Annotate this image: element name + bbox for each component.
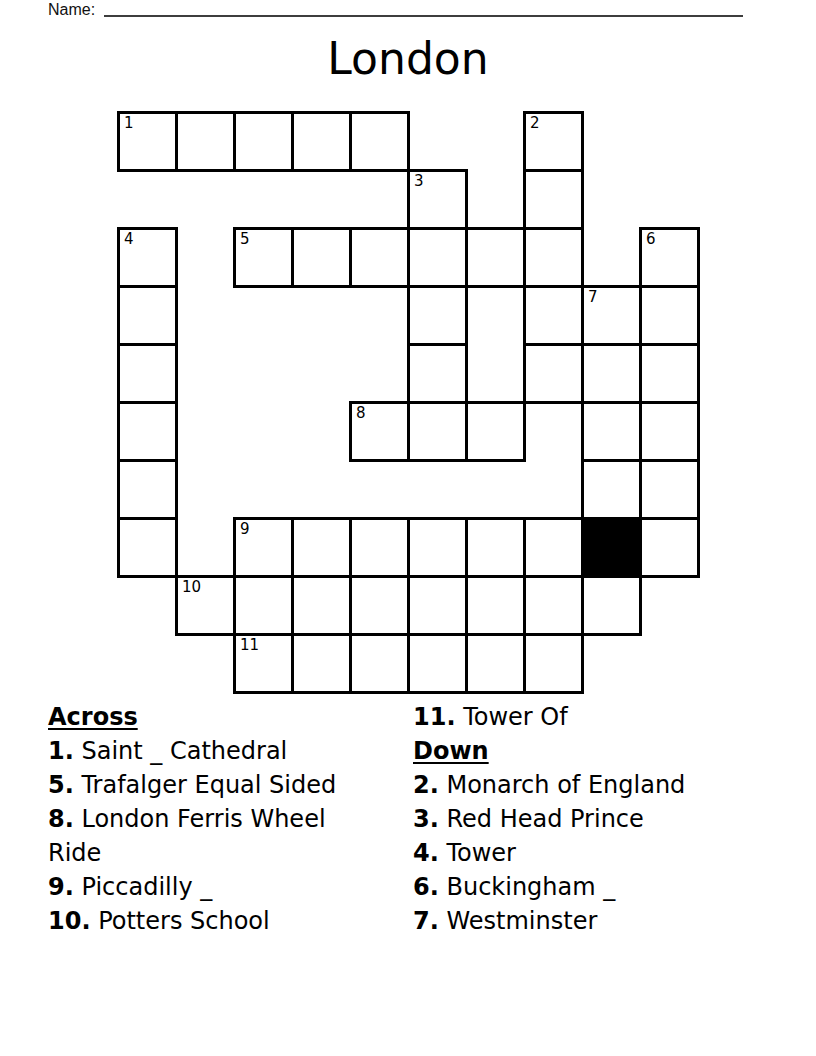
clue-text: Tower [439,839,516,867]
clue-number-label: 6. [413,873,439,901]
clue-number-label: 11. [413,703,456,731]
clue-number-label: 3. [413,805,439,833]
clue: 5. Trafalger Equal Sided [48,768,370,802]
answer-cell[interactable]: 8 [349,401,410,462]
name-fill-line[interactable] [104,0,743,17]
answer-cell[interactable] [233,575,294,636]
clue-text: Tower Of [456,703,568,731]
clue: 8. London Ferris Wheel Ride [48,802,370,870]
answer-cell[interactable] [465,575,526,636]
name-label: Name: [48,1,95,18]
clue-number: 2 [530,116,540,131]
clue: 2. Monarch of England [413,768,783,802]
answer-cell[interactable]: 2 [523,111,584,172]
answer-cell[interactable] [639,459,700,520]
answer-cell[interactable]: 3 [407,169,468,230]
clue-number: 4 [124,232,134,247]
clue-text: London Ferris Wheel Ride [48,805,326,867]
answer-cell[interactable] [639,517,700,578]
blocked-cell [581,517,642,578]
clue-number-label: 7. [413,907,439,935]
clue: 10. Potters School [48,904,370,938]
answer-cell[interactable]: 11 [233,633,294,694]
clue-number-label: 5. [48,771,74,799]
clue-text: Buckingham _ [439,873,615,901]
clue-text: Westminster [439,907,597,935]
answer-cell[interactable]: 5 [233,227,294,288]
clue-text: Potters School [91,907,270,935]
clue-column-right: 11. Tower OfDown 2. Monarch of England3.… [413,700,783,938]
answer-cell[interactable] [581,343,642,404]
answer-cell[interactable] [349,227,410,288]
puzzle-title: London [0,34,816,85]
answer-cell[interactable] [639,343,700,404]
clue-text: Saint _ Cathedral [74,737,287,765]
answer-cell[interactable] [291,111,352,172]
answer-cell[interactable]: 1 [117,111,178,172]
answer-cell[interactable] [349,633,410,694]
clue-text: Piccadilly _ [74,873,212,901]
answer-cell[interactable] [465,401,526,462]
answer-cell[interactable]: 7 [581,285,642,346]
answer-cell[interactable] [407,517,468,578]
answer-cell[interactable] [523,575,584,636]
answer-cell[interactable] [233,111,294,172]
answer-cell[interactable] [117,459,178,520]
clue-number-label: 1. [48,737,74,765]
answer-cell[interactable] [523,517,584,578]
answer-cell[interactable] [581,459,642,520]
clue-number: 1 [124,116,134,131]
clue-number: 8 [356,406,366,421]
answer-cell[interactable] [523,343,584,404]
answer-cell[interactable]: 6 [639,227,700,288]
answer-cell[interactable] [117,401,178,462]
clue-column-left: Across 1. Saint _ Cathedral5. Trafalger … [48,700,370,938]
answer-cell[interactable]: 4 [117,227,178,288]
answer-cell[interactable] [291,633,352,694]
answer-cell[interactable] [291,575,352,636]
clue-number: 6 [646,232,656,247]
clue-number: 9 [240,522,250,537]
answer-cell[interactable] [465,633,526,694]
answer-cell[interactable] [349,575,410,636]
answer-cell[interactable] [523,633,584,694]
answer-cell[interactable] [465,517,526,578]
clue-number: 5 [240,232,250,247]
answer-cell[interactable] [523,227,584,288]
answer-cell[interactable] [349,111,410,172]
answer-cell[interactable] [523,285,584,346]
answer-cell[interactable] [639,401,700,462]
clue-number: 7 [588,290,598,305]
answer-cell[interactable] [117,285,178,346]
crossword-grid: 1234567891011 [117,111,700,694]
clue-number-label: 9. [48,873,74,901]
clue-text: Monarch of England [439,771,686,799]
answer-cell[interactable] [465,227,526,288]
answer-cell[interactable] [407,575,468,636]
across-header: Across [48,700,370,734]
answer-cell[interactable] [175,111,236,172]
answer-cell[interactable] [581,575,642,636]
answer-cell[interactable] [117,343,178,404]
answer-cell[interactable] [117,517,178,578]
answer-cell[interactable]: 10 [175,575,236,636]
answer-cell[interactable] [407,343,468,404]
down-header: Down [413,734,783,768]
clue: 3. Red Head Prince [413,802,783,836]
answer-cell[interactable] [407,401,468,462]
clue-number: 10 [182,580,201,595]
clue-number-label: 2. [413,771,439,799]
clue-number-label: 4. [413,839,439,867]
clue-number: 3 [414,174,424,189]
clue-number: 11 [240,638,259,653]
clue-number-label: 10. [48,907,91,935]
answer-cell[interactable] [407,633,468,694]
clue: 1. Saint _ Cathedral [48,734,370,768]
clue: 7. Westminster [413,904,783,938]
clue-text: Red Head Prince [439,805,644,833]
answer-cell[interactable] [407,227,468,288]
crossword-worksheet: Name: London 1234567891011 Across 1. Sai… [0,0,816,1056]
answer-cell[interactable] [291,227,352,288]
answer-cell[interactable] [523,169,584,230]
answer-cell[interactable] [639,285,700,346]
clue-number-label: 8. [48,805,74,833]
clue: 9. Piccadilly _ [48,870,370,904]
clue: 6. Buckingham _ [413,870,783,904]
answer-cell[interactable] [407,285,468,346]
answer-cell[interactable] [349,517,410,578]
answer-cell[interactable] [581,401,642,462]
clue-text: Trafalger Equal Sided [74,771,336,799]
clue: 4. Tower [413,836,783,870]
answer-cell[interactable]: 9 [233,517,294,578]
clue: 11. Tower Of [413,700,783,734]
answer-cell[interactable] [291,517,352,578]
